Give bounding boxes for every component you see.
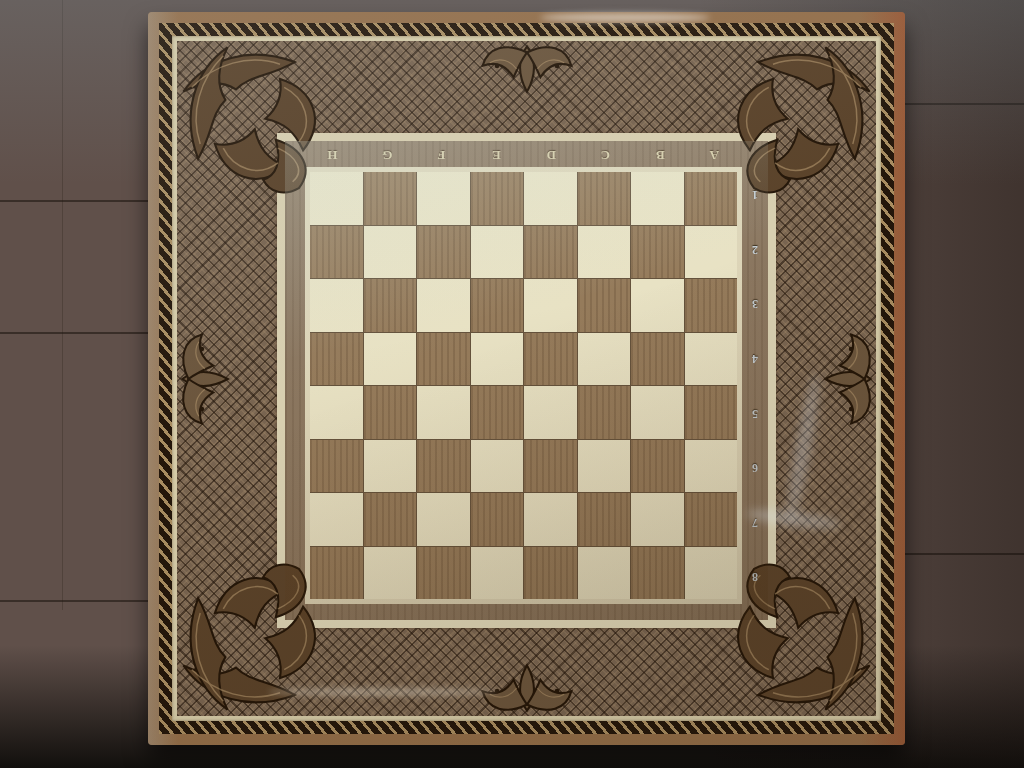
file-label: F xyxy=(414,144,469,166)
file-labels-row: HGFEDCBA xyxy=(305,144,742,166)
square-b7[interactable] xyxy=(631,493,684,546)
rank-label: 1 xyxy=(744,167,766,222)
square-a5[interactable] xyxy=(685,386,738,439)
square-h6[interactable] xyxy=(310,440,363,493)
square-g7[interactable] xyxy=(364,493,417,546)
rank-labels-column: 12345678 xyxy=(744,167,766,604)
carved-lattice-band: HGFEDCBA 12345678 xyxy=(177,41,876,716)
square-d5[interactable] xyxy=(524,386,577,439)
square-g5[interactable] xyxy=(364,386,417,439)
file-label: A xyxy=(687,144,742,166)
square-a4[interactable] xyxy=(685,333,738,386)
square-f6[interactable] xyxy=(417,440,470,493)
square-e6[interactable] xyxy=(471,440,524,493)
file-label: D xyxy=(524,144,579,166)
rank-label: 8 xyxy=(744,549,766,604)
rope-twist-border: HGFEDCBA 12345678 xyxy=(159,23,894,734)
rank-label: 5 xyxy=(744,386,766,441)
square-c7[interactable] xyxy=(578,493,631,546)
palmette-edge-ornament xyxy=(174,323,236,435)
rank-label: 6 xyxy=(744,440,766,495)
square-f8[interactable] xyxy=(417,547,470,600)
square-d6[interactable] xyxy=(524,440,577,493)
acanthus-corner-ornament xyxy=(175,39,343,207)
square-d7[interactable] xyxy=(524,493,577,546)
file-label: G xyxy=(360,144,415,166)
square-h4[interactable] xyxy=(310,333,363,386)
square-c6[interactable] xyxy=(578,440,631,493)
file-label: B xyxy=(633,144,688,166)
inner-cream-inlay-strip: HGFEDCBA 12345678 xyxy=(277,133,776,628)
square-d1[interactable] xyxy=(524,172,577,225)
palmette-edge-ornament xyxy=(471,657,583,719)
rank-label: 4 xyxy=(744,331,766,386)
board-bevel-edge: HGFEDCBA 12345678 xyxy=(148,12,905,745)
square-g1[interactable] xyxy=(364,172,417,225)
grid-border-line xyxy=(305,167,742,604)
floor-plank-seam xyxy=(62,0,63,610)
file-label: C xyxy=(578,144,633,166)
square-c2[interactable] xyxy=(578,226,631,279)
square-c5[interactable] xyxy=(578,386,631,439)
squares-grid xyxy=(310,172,737,599)
square-g8[interactable] xyxy=(364,547,417,600)
chess-board: HGFEDCBA 12345678 xyxy=(148,12,905,745)
square-a6[interactable] xyxy=(685,440,738,493)
square-c4[interactable] xyxy=(578,333,631,386)
square-g4[interactable] xyxy=(364,333,417,386)
square-d4[interactable] xyxy=(524,333,577,386)
square-d2[interactable] xyxy=(524,226,577,279)
square-a2[interactable] xyxy=(685,226,738,279)
square-h3[interactable] xyxy=(310,279,363,332)
square-g3[interactable] xyxy=(364,279,417,332)
floor-plank-seam xyxy=(0,332,150,334)
floor-plank-seam xyxy=(0,600,148,602)
square-a3[interactable] xyxy=(685,279,738,332)
acanthus-corner-ornament xyxy=(710,39,878,207)
square-b2[interactable] xyxy=(631,226,684,279)
square-b3[interactable] xyxy=(631,279,684,332)
square-c1[interactable] xyxy=(578,172,631,225)
square-e1[interactable] xyxy=(471,172,524,225)
rank-label: 3 xyxy=(744,276,766,331)
acanthus-corner-ornament xyxy=(175,550,343,718)
palmette-edge-ornament xyxy=(817,323,879,435)
square-e8[interactable] xyxy=(471,547,524,600)
rank-label: 2 xyxy=(744,222,766,277)
outer-cream-inlay-line: HGFEDCBA 12345678 xyxy=(172,36,881,721)
file-label: E xyxy=(469,144,524,166)
square-b5[interactable] xyxy=(631,386,684,439)
square-b1[interactable] xyxy=(631,172,684,225)
square-f1[interactable] xyxy=(417,172,470,225)
square-h2[interactable] xyxy=(310,226,363,279)
rank-label: 7 xyxy=(744,495,766,550)
board-face: HGFEDCBA 12345678 xyxy=(285,141,768,620)
square-h7[interactable] xyxy=(310,493,363,546)
square-e4[interactable] xyxy=(471,333,524,386)
square-e2[interactable] xyxy=(471,226,524,279)
square-f4[interactable] xyxy=(417,333,470,386)
square-d8[interactable] xyxy=(524,547,577,600)
square-b8[interactable] xyxy=(631,547,684,600)
square-g2[interactable] xyxy=(364,226,417,279)
file-label: H xyxy=(305,144,360,166)
square-g6[interactable] xyxy=(364,440,417,493)
square-b6[interactable] xyxy=(631,440,684,493)
square-e5[interactable] xyxy=(471,386,524,439)
square-c3[interactable] xyxy=(578,279,631,332)
square-e7[interactable] xyxy=(471,493,524,546)
palmette-edge-ornament xyxy=(471,38,583,100)
square-d3[interactable] xyxy=(524,279,577,332)
square-f5[interactable] xyxy=(417,386,470,439)
square-c8[interactable] xyxy=(578,547,631,600)
square-h5[interactable] xyxy=(310,386,363,439)
square-a7[interactable] xyxy=(685,493,738,546)
floor-plank-seam xyxy=(898,553,1024,555)
square-f2[interactable] xyxy=(417,226,470,279)
acanthus-corner-ornament xyxy=(710,550,878,718)
floor-plank-seam xyxy=(905,103,1024,105)
floor-plank-seam xyxy=(0,200,150,202)
square-b4[interactable] xyxy=(631,333,684,386)
square-e3[interactable] xyxy=(471,279,524,332)
square-f7[interactable] xyxy=(417,493,470,546)
square-f3[interactable] xyxy=(417,279,470,332)
